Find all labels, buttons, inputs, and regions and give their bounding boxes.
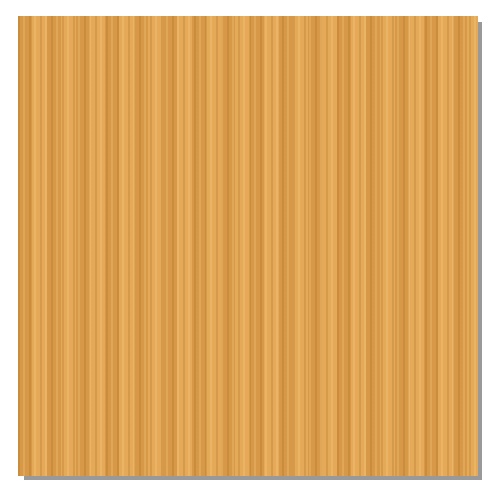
go-board[interactable] bbox=[18, 16, 478, 476]
go-diagram bbox=[0, 0, 500, 500]
